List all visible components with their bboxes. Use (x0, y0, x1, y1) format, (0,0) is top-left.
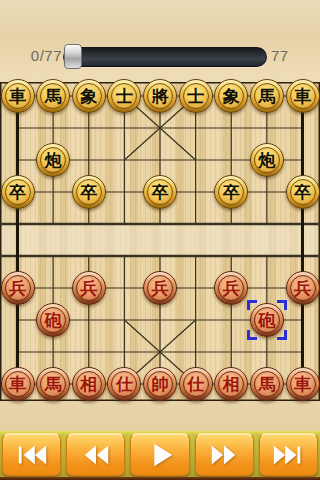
fast-forward-icon (207, 443, 241, 467)
piece-character: 仕 (111, 371, 137, 397)
piece-red-soldier[interactable]: 兵 (143, 271, 177, 305)
piece-black-horse[interactable]: 馬 (36, 79, 70, 113)
piece-character: 馬 (254, 83, 280, 109)
play-button[interactable] (130, 433, 189, 476)
rewind-icon (79, 443, 113, 467)
piece-red-chariot[interactable]: 車 (286, 367, 320, 401)
piece-black-soldier[interactable]: 卒 (286, 175, 320, 209)
xiangqi-app-screen: 0/77 77 車馬象士將士象馬車炮炮卒卒卒卒卒兵兵兵兵兵砲砲車馬相仕帥仕相馬車 (0, 0, 320, 480)
seekbar-thumb[interactable] (64, 44, 82, 69)
piece-black-soldier[interactable]: 卒 (214, 175, 248, 209)
piece-character: 馬 (254, 371, 280, 397)
piece-red-elephant[interactable]: 相 (72, 367, 106, 401)
piece-red-cannon[interactable]: 砲 (250, 303, 284, 337)
piece-character: 士 (183, 83, 209, 109)
piece-character: 車 (5, 83, 31, 109)
piece-character: 馬 (40, 83, 66, 109)
piece-black-soldier[interactable]: 卒 (72, 175, 106, 209)
xiangqi-board[interactable]: 車馬象士將士象馬車炮炮卒卒卒卒卒兵兵兵兵兵砲砲車馬相仕帥仕相馬車 (0, 82, 320, 401)
move-seekbar: 0/77 77 (0, 0, 320, 82)
piece-red-soldier[interactable]: 兵 (72, 271, 106, 305)
piece-red-soldier[interactable]: 兵 (214, 271, 248, 305)
piece-character: 車 (290, 83, 316, 109)
piece-character: 仕 (183, 371, 209, 397)
piece-character: 將 (147, 83, 173, 109)
skip-to-end-icon (271, 443, 305, 467)
piece-character: 兵 (147, 275, 173, 301)
move-total-label: 77 (271, 47, 289, 64)
piece-character: 炮 (40, 147, 66, 173)
piece-character: 相 (76, 371, 102, 397)
piece-character: 兵 (5, 275, 31, 301)
piece-red-chariot[interactable]: 車 (1, 367, 35, 401)
piece-black-cannon[interactable]: 炮 (36, 143, 70, 177)
piece-character: 士 (111, 83, 137, 109)
piece-red-advisor[interactable]: 仕 (179, 367, 213, 401)
piece-character: 炮 (254, 147, 280, 173)
skip-to-end-button[interactable] (259, 433, 318, 476)
piece-black-horse[interactable]: 馬 (250, 79, 284, 113)
piece-character: 卒 (76, 179, 102, 205)
piece-character: 象 (76, 83, 102, 109)
piece-black-chariot[interactable]: 車 (1, 79, 35, 113)
piece-character: 車 (290, 371, 316, 397)
piece-black-chariot[interactable]: 車 (286, 79, 320, 113)
piece-red-elephant[interactable]: 相 (214, 367, 248, 401)
piece-black-elephant[interactable]: 象 (214, 79, 248, 113)
piece-character: 兵 (218, 275, 244, 301)
piece-black-soldier[interactable]: 卒 (143, 175, 177, 209)
piece-red-horse[interactable]: 馬 (250, 367, 284, 401)
piece-character: 砲 (40, 307, 66, 333)
piece-black-advisor[interactable]: 士 (179, 79, 213, 113)
piece-character: 象 (218, 83, 244, 109)
skip-to-start-button[interactable] (2, 433, 61, 476)
board-grid (0, 82, 320, 401)
playback-controls (0, 431, 320, 480)
piece-black-general[interactable]: 將 (143, 79, 177, 113)
piece-character: 卒 (290, 179, 316, 205)
piece-red-soldier[interactable]: 兵 (1, 271, 35, 305)
piece-red-soldier[interactable]: 兵 (286, 271, 320, 305)
play-icon (143, 442, 177, 468)
piece-black-soldier[interactable]: 卒 (1, 175, 35, 209)
move-progress-label: 0/77 (26, 47, 62, 64)
piece-character: 兵 (76, 275, 102, 301)
skip-to-start-icon (15, 443, 49, 467)
step-forward-button[interactable] (195, 433, 254, 476)
piece-black-cannon[interactable]: 炮 (250, 143, 284, 177)
piece-character: 卒 (147, 179, 173, 205)
piece-character: 砲 (254, 307, 280, 333)
piece-character: 卒 (5, 179, 31, 205)
piece-red-horse[interactable]: 馬 (36, 367, 70, 401)
piece-character: 帥 (147, 371, 173, 397)
seekbar-track[interactable] (63, 47, 267, 67)
piece-black-elephant[interactable]: 象 (72, 79, 106, 113)
piece-character: 馬 (40, 371, 66, 397)
piece-character: 兵 (290, 275, 316, 301)
piece-character: 卒 (218, 179, 244, 205)
piece-character: 相 (218, 371, 244, 397)
step-back-button[interactable] (66, 433, 125, 476)
piece-red-general[interactable]: 帥 (143, 367, 177, 401)
piece-red-cannon[interactable]: 砲 (36, 303, 70, 337)
piece-character: 車 (5, 371, 31, 397)
